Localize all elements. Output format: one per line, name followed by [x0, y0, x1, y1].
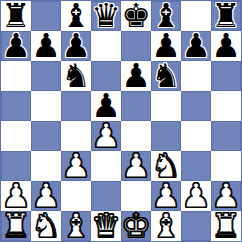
square-g7[interactable]: ♟ [181, 31, 211, 61]
white-pawn[interactable]: ♟ [91, 121, 121, 151]
square-h1[interactable]: ♜ [211, 211, 241, 241]
white-king[interactable]: ♚ [121, 211, 151, 241]
black-pawn[interactable]: ♟ [181, 31, 211, 61]
black-queen[interactable]: ♛ [91, 1, 121, 31]
square-b1[interactable]: ♞ [31, 211, 61, 241]
white-bishop[interactable]: ♝ [151, 211, 181, 241]
square-h6[interactable] [211, 61, 241, 91]
square-a5[interactable] [1, 91, 31, 121]
white-pawn[interactable]: ♟ [61, 151, 91, 181]
square-d3[interactable] [91, 151, 121, 181]
black-pawn[interactable]: ♟ [31, 31, 61, 61]
square-f6[interactable]: ♞ [151, 61, 181, 91]
black-pawn[interactable]: ♟ [211, 31, 241, 61]
square-b4[interactable] [31, 121, 61, 151]
square-a7[interactable]: ♟ [1, 31, 31, 61]
square-c3[interactable]: ♟ [61, 151, 91, 181]
square-a6[interactable] [1, 61, 31, 91]
white-pawn[interactable]: ♟ [121, 151, 151, 181]
square-h7[interactable]: ♟ [211, 31, 241, 61]
white-pawn[interactable]: ♟ [181, 181, 211, 211]
square-a1[interactable]: ♜ [1, 211, 31, 241]
square-h4[interactable] [211, 121, 241, 151]
square-b6[interactable] [31, 61, 61, 91]
square-e5[interactable] [121, 91, 151, 121]
square-f1[interactable]: ♝ [151, 211, 181, 241]
chess-board: ♜♝♛♚♝♜♟♟♟♟♟♟♞♟♞♟♟♟♟♞♟♟♟♟♟♜♞♝♛♚♝♜ [0, 0, 242, 242]
white-bishop[interactable]: ♝ [61, 211, 91, 241]
square-e8[interactable]: ♚ [121, 1, 151, 31]
square-e1[interactable]: ♚ [121, 211, 151, 241]
square-d1[interactable]: ♛ [91, 211, 121, 241]
square-g6[interactable] [181, 61, 211, 91]
square-b7[interactable]: ♟ [31, 31, 61, 61]
square-d4[interactable]: ♟ [91, 121, 121, 151]
square-d8[interactable]: ♛ [91, 1, 121, 31]
white-queen[interactable]: ♛ [91, 211, 121, 241]
square-b5[interactable] [31, 91, 61, 121]
square-g4[interactable] [181, 121, 211, 151]
square-h5[interactable] [211, 91, 241, 121]
square-g1[interactable] [181, 211, 211, 241]
white-knight[interactable]: ♞ [31, 211, 61, 241]
black-king[interactable]: ♚ [121, 1, 151, 31]
square-a4[interactable] [1, 121, 31, 151]
square-g2[interactable]: ♟ [181, 181, 211, 211]
black-knight[interactable]: ♞ [61, 61, 91, 91]
square-c6[interactable]: ♞ [61, 61, 91, 91]
white-rook[interactable]: ♜ [1, 211, 31, 241]
black-pawn[interactable]: ♟ [1, 31, 31, 61]
white-rook[interactable]: ♜ [211, 211, 241, 241]
black-knight[interactable]: ♞ [151, 61, 181, 91]
square-e6[interactable]: ♟ [121, 61, 151, 91]
square-c1[interactable]: ♝ [61, 211, 91, 241]
square-f5[interactable] [151, 91, 181, 121]
square-d7[interactable] [91, 31, 121, 61]
square-c5[interactable] [61, 91, 91, 121]
square-g5[interactable] [181, 91, 211, 121]
black-pawn[interactable]: ♟ [121, 61, 151, 91]
square-e3[interactable]: ♟ [121, 151, 151, 181]
